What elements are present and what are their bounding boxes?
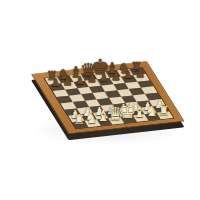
white-rook[interactable]: ♜	[154, 104, 174, 117]
black-pawn[interactable]: ♟	[130, 68, 150, 79]
product-photo-scene: ♜♞♝♛♚♝♞♜♟♟♟♟♟♟♟♟♟♟♟♟♟♟♟♟♜♞♝♛♚♝♞♜	[0, 0, 200, 200]
chess-pieces-layer: ♜♞♝♛♚♝♞♜♟♟♟♟♟♟♟♟♟♟♟♟♟♟♟♟♜♞♝♛♚♝♞♜	[0, 0, 200, 200]
